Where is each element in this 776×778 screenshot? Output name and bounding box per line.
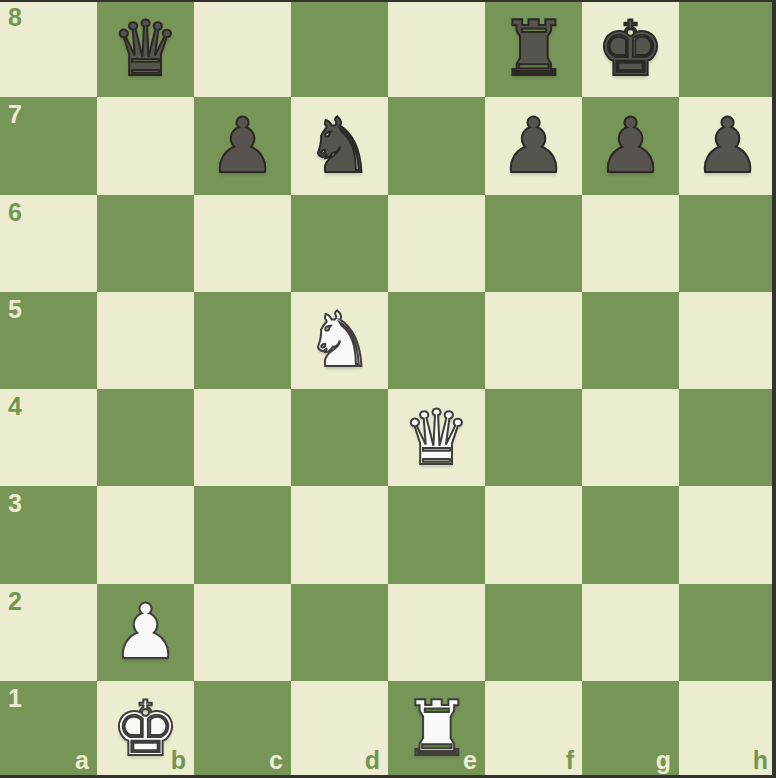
square-d1[interactable]: d [291, 681, 388, 778]
square-e2[interactable] [388, 584, 485, 681]
square-h5[interactable] [679, 292, 776, 389]
square-c3[interactable] [194, 486, 291, 583]
square-d4[interactable] [291, 389, 388, 486]
white-rook[interactable]: ♜ [388, 681, 485, 778]
square-h6[interactable] [679, 195, 776, 292]
square-f5[interactable] [485, 292, 582, 389]
square-g2[interactable] [582, 584, 679, 681]
square-c2[interactable] [194, 584, 291, 681]
black-king[interactable]: ♚ [582, 0, 679, 97]
square-b1[interactable]: b♚ [97, 681, 194, 778]
square-h8[interactable] [679, 0, 776, 97]
square-a8[interactable]: 8 [0, 0, 97, 97]
square-h2[interactable] [679, 584, 776, 681]
square-g6[interactable] [582, 195, 679, 292]
square-f6[interactable] [485, 195, 582, 292]
rank-label-8: 8 [8, 5, 22, 30]
square-f3[interactable] [485, 486, 582, 583]
square-f7[interactable]: ♟ [485, 97, 582, 194]
square-a1[interactable]: 1a [0, 681, 97, 778]
square-h4[interactable] [679, 389, 776, 486]
white-king[interactable]: ♚ [97, 681, 194, 778]
square-b8[interactable]: ♛ [97, 0, 194, 97]
square-b6[interactable] [97, 195, 194, 292]
white-knight[interactable]: ♞ [291, 292, 388, 389]
square-b7[interactable] [97, 97, 194, 194]
square-c6[interactable] [194, 195, 291, 292]
square-h1[interactable]: h [679, 681, 776, 778]
square-g4[interactable] [582, 389, 679, 486]
file-label-g: g [656, 748, 671, 773]
black-pawn[interactable]: ♟ [679, 97, 776, 194]
rank-label-4: 4 [8, 394, 22, 419]
black-rook[interactable]: ♜ [485, 0, 582, 97]
file-label-a: a [75, 748, 89, 773]
rank-label-5: 5 [8, 297, 22, 322]
square-f8[interactable]: ♜ [485, 0, 582, 97]
square-e4[interactable]: ♛ [388, 389, 485, 486]
square-d7[interactable]: ♞ [291, 97, 388, 194]
square-e5[interactable] [388, 292, 485, 389]
file-label-c: c [269, 748, 283, 773]
square-e8[interactable] [388, 0, 485, 97]
square-a5[interactable]: 5 [0, 292, 97, 389]
square-c7[interactable]: ♟ [194, 97, 291, 194]
rank-label-6: 6 [8, 200, 22, 225]
square-e6[interactable] [388, 195, 485, 292]
board-grid: 8♛♜♚7♟♞♟♟♟65♞4♛32♟1ab♚cde♜fgh [0, 0, 776, 778]
black-queen[interactable]: ♛ [97, 0, 194, 97]
square-a4[interactable]: 4 [0, 389, 97, 486]
square-d8[interactable] [291, 0, 388, 97]
black-knight[interactable]: ♞ [291, 97, 388, 194]
square-d6[interactable] [291, 195, 388, 292]
square-d5[interactable]: ♞ [291, 292, 388, 389]
square-d3[interactable] [291, 486, 388, 583]
rank-label-1: 1 [8, 686, 22, 711]
rank-label-3: 3 [8, 491, 22, 516]
square-c8[interactable] [194, 0, 291, 97]
square-a3[interactable]: 3 [0, 486, 97, 583]
black-pawn[interactable]: ♟ [485, 97, 582, 194]
rank-label-2: 2 [8, 589, 22, 614]
square-e3[interactable] [388, 486, 485, 583]
square-g3[interactable] [582, 486, 679, 583]
square-b2[interactable]: ♟ [97, 584, 194, 681]
square-f1[interactable]: f [485, 681, 582, 778]
square-h7[interactable]: ♟ [679, 97, 776, 194]
square-d2[interactable] [291, 584, 388, 681]
square-b3[interactable] [97, 486, 194, 583]
black-pawn[interactable]: ♟ [194, 97, 291, 194]
square-c1[interactable]: c [194, 681, 291, 778]
square-b5[interactable] [97, 292, 194, 389]
square-a7[interactable]: 7 [0, 97, 97, 194]
rank-label-7: 7 [8, 102, 22, 127]
square-f4[interactable] [485, 389, 582, 486]
square-g7[interactable]: ♟ [582, 97, 679, 194]
square-b4[interactable] [97, 389, 194, 486]
black-pawn[interactable]: ♟ [582, 97, 679, 194]
square-h3[interactable] [679, 486, 776, 583]
chess-board: 8♛♜♚7♟♞♟♟♟65♞4♛32♟1ab♚cde♜fgh [0, 0, 776, 778]
file-label-f: f [566, 748, 574, 773]
square-a6[interactable]: 6 [0, 195, 97, 292]
square-c5[interactable] [194, 292, 291, 389]
file-label-h: h [753, 748, 768, 773]
square-a2[interactable]: 2 [0, 584, 97, 681]
square-g5[interactable] [582, 292, 679, 389]
white-pawn[interactable]: ♟ [97, 584, 194, 681]
square-f2[interactable] [485, 584, 582, 681]
square-e1[interactable]: e♜ [388, 681, 485, 778]
square-g1[interactable]: g [582, 681, 679, 778]
square-c4[interactable] [194, 389, 291, 486]
square-g8[interactable]: ♚ [582, 0, 679, 97]
white-queen[interactable]: ♛ [388, 389, 485, 486]
file-label-d: d [365, 748, 380, 773]
square-e7[interactable] [388, 97, 485, 194]
